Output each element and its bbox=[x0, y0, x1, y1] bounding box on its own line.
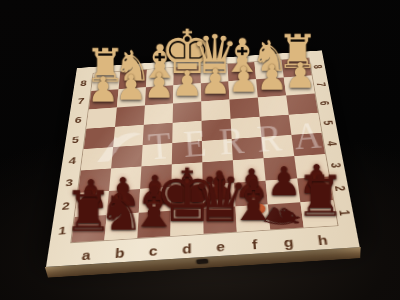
square-a5 bbox=[84, 126, 115, 148]
square-b4 bbox=[111, 145, 143, 168]
square-d6 bbox=[173, 101, 202, 122]
file-label-e: e bbox=[204, 238, 238, 254]
light-pawn-g7: ♟ bbox=[256, 60, 287, 95]
light-pawn-f7: ♟ bbox=[228, 62, 259, 97]
square-f6 bbox=[229, 97, 259, 118]
board-scene: ♜♞♝♚♛♝♞♜♟♟♟♟♟♟♟♟♟♟♟♟♟♟♟♟♜♞♝♚♛♝♞♜ 8765432… bbox=[0, 0, 400, 300]
square-f7: ♟ bbox=[228, 79, 257, 99]
square-f5 bbox=[231, 116, 262, 138]
file-label-b: b bbox=[102, 245, 137, 261]
dark-rook-h1: ♜ bbox=[295, 168, 345, 224]
rank-label-left-5: 5 bbox=[65, 134, 86, 145]
rank-label-right-8: 8 bbox=[310, 61, 325, 71]
square-a7: ♟ bbox=[89, 89, 119, 109]
rank-label-left-4: 4 bbox=[62, 154, 83, 166]
file-label-f: f bbox=[237, 236, 272, 252]
file-label-h: h bbox=[305, 232, 341, 248]
square-g6 bbox=[258, 95, 289, 116]
square-e6 bbox=[201, 99, 230, 120]
square-b5 bbox=[113, 124, 144, 146]
square-b6 bbox=[115, 105, 145, 126]
file-label-d: d bbox=[170, 240, 204, 256]
square-e7: ♟ bbox=[201, 81, 230, 101]
rank-label-left-6: 6 bbox=[68, 114, 88, 125]
square-c6 bbox=[144, 103, 173, 124]
square-b7: ♟ bbox=[117, 87, 146, 107]
square-h7: ♟ bbox=[284, 75, 315, 95]
square-g7: ♟ bbox=[256, 77, 286, 97]
square-h5 bbox=[289, 112, 322, 134]
board-frame: ♜♞♝♚♛♝♞♜♟♟♟♟♟♟♟♟♟♟♟♟♟♟♟♟♜♞♝♚♛♝♞♜ 8765432… bbox=[46, 50, 360, 266]
square-h6 bbox=[286, 93, 318, 114]
square-e5 bbox=[202, 118, 232, 140]
rank-label-right-5: 5 bbox=[320, 116, 336, 128]
square-d5 bbox=[172, 120, 202, 142]
square-g4 bbox=[262, 134, 295, 157]
light-pawn-e7: ♟ bbox=[200, 64, 231, 99]
board-grid: ♜♞♝♚♛♝♞♜♟♟♟♟♟♟♟♟♟♟♟♟♟♟♟♟♜♞♝♚♛♝♞♜ bbox=[71, 58, 337, 242]
square-f4 bbox=[232, 136, 264, 159]
file-label-a: a bbox=[69, 247, 104, 263]
square-g5 bbox=[260, 114, 292, 136]
rank-label-right-4: 4 bbox=[323, 137, 339, 149]
square-f1: ♝ bbox=[235, 204, 270, 231]
light-pawn-b7: ♟ bbox=[115, 70, 146, 105]
file-label-c: c bbox=[136, 242, 170, 258]
rank-label-right-7: 7 bbox=[313, 79, 328, 90]
square-a4 bbox=[81, 147, 113, 170]
board-latch bbox=[196, 258, 208, 263]
chess-board: ♜♞♝♚♛♝♞♜♟♟♟♟♟♟♟♟♟♟♟♟♟♟♟♟♜♞♝♚♛♝♞♜ 8765432… bbox=[46, 50, 360, 266]
dark-bishop-f1: ♝ bbox=[228, 173, 278, 229]
square-c5 bbox=[143, 122, 173, 144]
square-d7: ♟ bbox=[173, 83, 201, 103]
square-h1: ♜ bbox=[300, 200, 337, 227]
square-a6 bbox=[86, 107, 116, 128]
photo-wooden-chess-set: ♜♞♝♚♛♝♞♜♟♟♟♟♟♟♟♟♟♟♟♟♟♟♟♟♜♞♝♚♛♝♞♜ 8765432… bbox=[0, 0, 400, 300]
rank-label-right-6: 6 bbox=[317, 97, 332, 108]
light-pawn-d7: ♟ bbox=[171, 66, 202, 101]
rank-label-left-7: 7 bbox=[71, 95, 91, 105]
square-c7: ♟ bbox=[145, 85, 173, 105]
square-h4 bbox=[291, 132, 325, 155]
rank-label-left-8: 8 bbox=[74, 78, 93, 88]
light-pawn-c7: ♟ bbox=[143, 68, 174, 103]
